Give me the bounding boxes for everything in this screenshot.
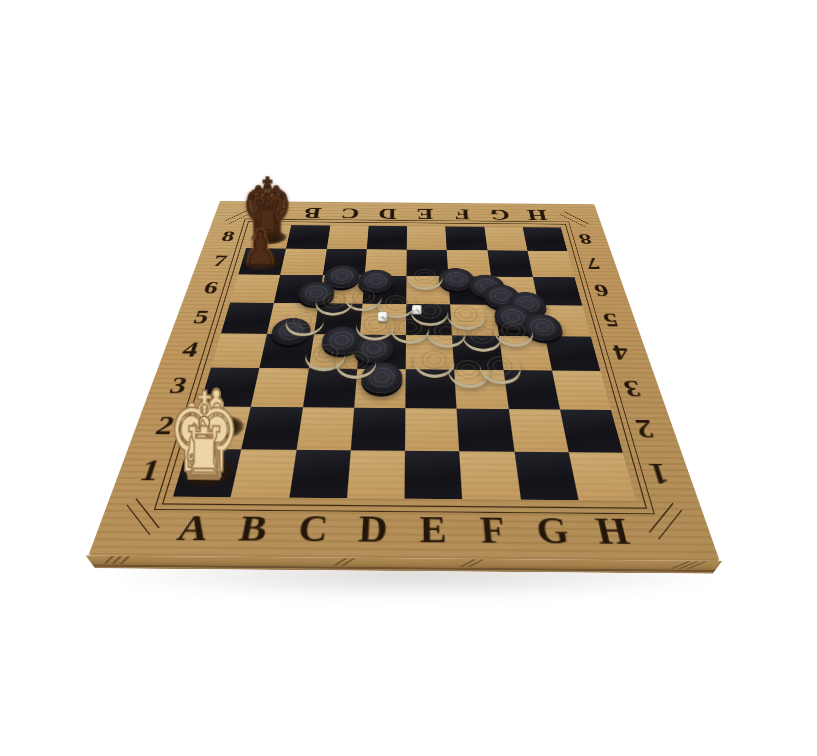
file-label-bottom-a: A: [156, 503, 229, 554]
file-label-bottom-g: G: [519, 506, 587, 557]
square-h2[interactable]: [560, 409, 623, 452]
file-label-top-d: D: [368, 204, 406, 224]
square-c2[interactable]: [296, 407, 354, 450]
square-f1[interactable]: [459, 451, 520, 500]
square-g2[interactable]: [508, 409, 568, 452]
square-f8[interactable]: [445, 226, 487, 250]
rank-label-right-1: 1: [626, 451, 694, 499]
square-d2[interactable]: [351, 407, 406, 450]
checker-white-disc[interactable]: [407, 265, 443, 288]
edge-groove: [120, 556, 130, 563]
square-c1[interactable]: [289, 450, 351, 499]
file-label-bottom-h: H: [577, 507, 649, 558]
square-e1[interactable]: [405, 451, 463, 500]
square-d1[interactable]: [347, 450, 405, 499]
product-photo-scene: AABBCCDDEEFFGGHH1122334455667788♜♞♝♛♚♝♞♜…: [0, 0, 817, 756]
square-b3[interactable]: [251, 368, 308, 407]
square-a4[interactable]: [211, 333, 267, 368]
piece-black-pawn-a7[interactable]: ♟: [239, 248, 286, 274]
checker-white-disc[interactable]: [390, 314, 429, 341]
rank-label-left-7: 7: [196, 248, 244, 274]
rank-label-left-5: 5: [174, 301, 227, 332]
square-b7[interactable]: [280, 249, 326, 275]
checker-black-disc[interactable]: [361, 362, 403, 393]
square-g7[interactable]: [487, 250, 532, 276]
square-e2[interactable]: [405, 408, 459, 451]
rank-label-right-6: 6: [577, 277, 627, 306]
corner-ornament-top-right: [560, 212, 589, 227]
rank-label-left-6: 6: [186, 273, 236, 301]
rank-label-right-7: 7: [570, 251, 617, 277]
square-e8[interactable]: [407, 226, 447, 250]
rank-label-right-8: 8: [563, 227, 608, 251]
square-g1[interactable]: [514, 451, 578, 500]
file-label-top-e: E: [406, 204, 444, 224]
rank-label-right-2: 2: [614, 408, 678, 451]
file-label-top-c: C: [330, 203, 370, 223]
square-b2[interactable]: [242, 406, 303, 449]
corner-ornament-bottom-right: [649, 503, 683, 540]
rank-label-right-3: 3: [603, 370, 662, 408]
square-h4[interactable]: [545, 336, 601, 371]
file-label-bottom-c: C: [280, 504, 346, 555]
file-label-bottom-d: D: [341, 505, 403, 556]
rank-label-right-4: 4: [594, 336, 650, 371]
file-label-bottom-f: F: [461, 506, 526, 557]
rank-label-left-4: 4: [162, 332, 218, 366]
file-label-bottom-e: E: [403, 505, 465, 556]
square-h1[interactable]: [568, 452, 636, 501]
square-h7[interactable]: [527, 251, 574, 277]
file-label-top-f: F: [443, 204, 482, 224]
file-label-top-b: B: [292, 203, 333, 223]
square-h3[interactable]: [552, 371, 611, 410]
file-label-top-h: H: [517, 205, 559, 225]
square-e3[interactable]: [405, 369, 456, 408]
file-label-top-g: G: [480, 205, 521, 225]
square-c8[interactable]: [326, 225, 368, 249]
rank-label-right-5: 5: [585, 305, 638, 336]
square-d8[interactable]: [367, 226, 407, 250]
square-a6[interactable]: [230, 274, 280, 303]
rook-glyph: ♜: [179, 417, 229, 490]
pawn-glyph: ♟: [244, 224, 276, 271]
square-h8[interactable]: [522, 227, 567, 251]
file-label-bottom-b: B: [218, 504, 287, 555]
square-a5[interactable]: [221, 302, 274, 333]
square-g8[interactable]: [484, 227, 527, 251]
corner-ornament-bottom-left: [126, 498, 160, 535]
chess-board: AABBCCDDEEFFGGHH1122334455667788♜♞♝♛♚♝♞♜…: [88, 201, 719, 561]
square-f2[interactable]: [457, 408, 514, 451]
